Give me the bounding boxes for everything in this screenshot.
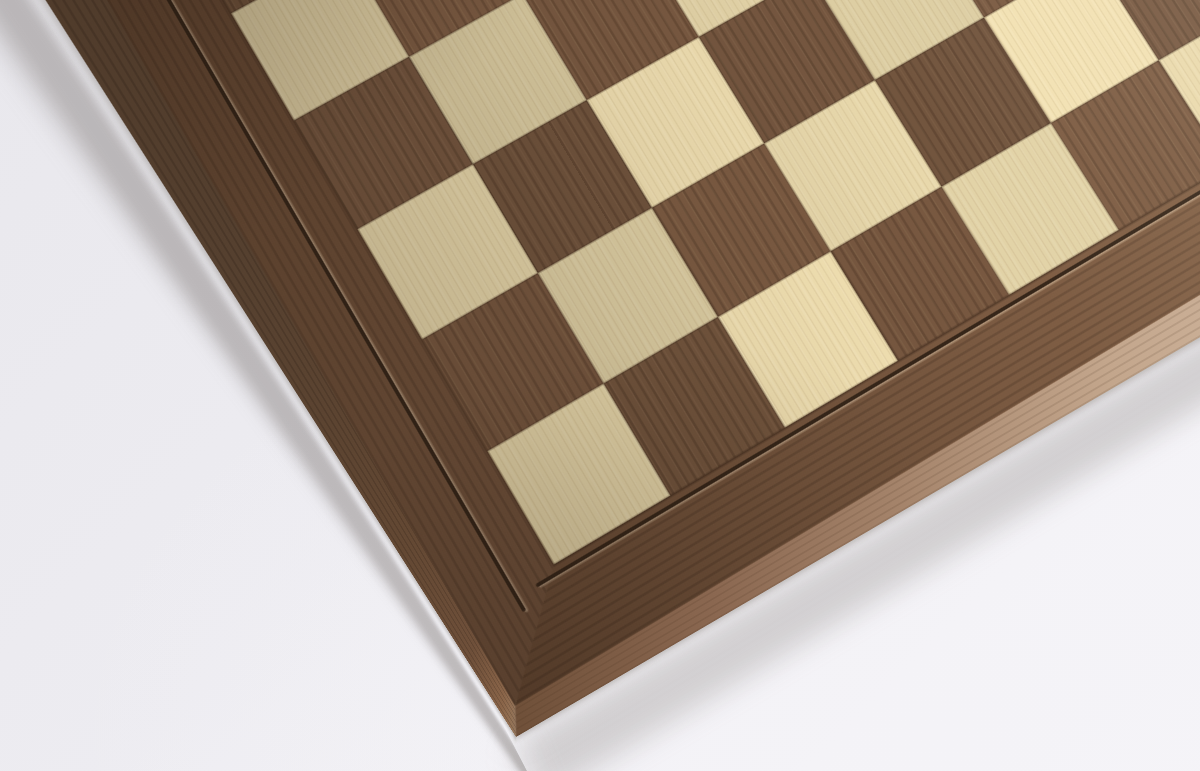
- chessboard: [0, 0, 1200, 706]
- photo-stage: [0, 0, 1200, 771]
